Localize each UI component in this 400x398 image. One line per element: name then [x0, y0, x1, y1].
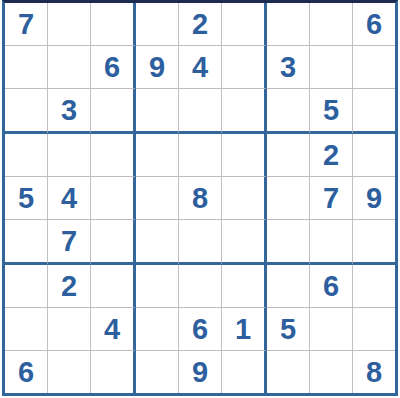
cell-r2c4[interactable]: 9	[136, 46, 179, 89]
cell-r5c9[interactable]: 9	[353, 177, 395, 220]
cell-r1c8[interactable]	[310, 3, 353, 46]
cell-r7c6[interactable]	[222, 265, 267, 308]
cell-r7c2[interactable]: 2	[48, 265, 91, 308]
cell-r5c4[interactable]	[136, 177, 179, 220]
cell-r7c1[interactable]	[5, 265, 48, 308]
cell-r2c7[interactable]: 3	[267, 46, 310, 89]
cell-r3c3[interactable]	[91, 89, 136, 134]
cell-r5c8[interactable]: 7	[310, 177, 353, 220]
cell-r3c2[interactable]: 3	[48, 89, 91, 134]
cell-r2c9[interactable]	[353, 46, 395, 89]
cell-r5c7[interactable]	[267, 177, 310, 220]
cell-r2c8[interactable]	[310, 46, 353, 89]
cell-r2c1[interactable]	[5, 46, 48, 89]
cell-r6c7[interactable]	[267, 220, 310, 265]
cell-r3c7[interactable]	[267, 89, 310, 134]
cell-r6c1[interactable]	[5, 220, 48, 265]
cell-r6c6[interactable]	[222, 220, 267, 265]
cell-r6c5[interactable]	[179, 220, 222, 265]
cell-r4c1[interactable]	[5, 134, 48, 177]
cell-r1c1[interactable]: 7	[5, 3, 48, 46]
cell-r7c5[interactable]	[179, 265, 222, 308]
cell-r8c4[interactable]	[136, 308, 179, 351]
cell-r8c3[interactable]: 4	[91, 308, 136, 351]
cell-r7c4[interactable]	[136, 265, 179, 308]
cell-r4c5[interactable]	[179, 134, 222, 177]
cell-r8c6[interactable]: 1	[222, 308, 267, 351]
sudoku-board: 7266943352548797264615698	[2, 0, 398, 396]
cell-r7c7[interactable]	[267, 265, 310, 308]
cell-r3c8[interactable]: 5	[310, 89, 353, 134]
cell-r4c7[interactable]	[267, 134, 310, 177]
cell-r9c7[interactable]	[267, 351, 310, 393]
cell-r2c3[interactable]: 6	[91, 46, 136, 89]
cell-r8c7[interactable]: 5	[267, 308, 310, 351]
cell-r6c8[interactable]	[310, 220, 353, 265]
cell-r4c2[interactable]	[48, 134, 91, 177]
cell-r6c2[interactable]: 7	[48, 220, 91, 265]
cell-r2c2[interactable]	[48, 46, 91, 89]
cell-r9c6[interactable]	[222, 351, 267, 393]
cell-r9c3[interactable]	[91, 351, 136, 393]
cell-r1c9[interactable]: 6	[353, 3, 395, 46]
cell-r9c5[interactable]: 9	[179, 351, 222, 393]
cell-r4c4[interactable]	[136, 134, 179, 177]
cell-r1c7[interactable]	[267, 3, 310, 46]
cell-r6c9[interactable]	[353, 220, 395, 265]
cell-r1c4[interactable]	[136, 3, 179, 46]
cell-r1c5[interactable]: 2	[179, 3, 222, 46]
cell-r4c8[interactable]: 2	[310, 134, 353, 177]
cell-r2c5[interactable]: 4	[179, 46, 222, 89]
cell-r9c2[interactable]	[48, 351, 91, 393]
cell-r3c4[interactable]	[136, 89, 179, 134]
cell-r7c9[interactable]	[353, 265, 395, 308]
cell-r8c9[interactable]	[353, 308, 395, 351]
cell-r8c2[interactable]	[48, 308, 91, 351]
cell-r5c6[interactable]	[222, 177, 267, 220]
cell-r4c6[interactable]	[222, 134, 267, 177]
cell-r3c6[interactable]	[222, 89, 267, 134]
cell-r5c3[interactable]	[91, 177, 136, 220]
cell-r5c2[interactable]: 4	[48, 177, 91, 220]
cell-r9c8[interactable]	[310, 351, 353, 393]
cell-r3c9[interactable]	[353, 89, 395, 134]
cell-r9c1[interactable]: 6	[5, 351, 48, 393]
cell-r3c5[interactable]	[179, 89, 222, 134]
cell-r4c3[interactable]	[91, 134, 136, 177]
cell-r8c8[interactable]	[310, 308, 353, 351]
cell-r6c3[interactable]	[91, 220, 136, 265]
sudoku-screenshot: 7266943352548797264615698	[0, 0, 400, 398]
cell-r5c5[interactable]: 8	[179, 177, 222, 220]
cell-r4c9[interactable]	[353, 134, 395, 177]
cell-r3c1[interactable]	[5, 89, 48, 134]
cell-r1c3[interactable]	[91, 3, 136, 46]
cell-r1c2[interactable]	[48, 3, 91, 46]
cell-r1c6[interactable]	[222, 3, 267, 46]
cell-r7c3[interactable]	[91, 265, 136, 308]
cell-r2c6[interactable]	[222, 46, 267, 89]
cell-r7c8[interactable]: 6	[310, 265, 353, 308]
cell-r9c9[interactable]: 8	[353, 351, 395, 393]
cell-r8c1[interactable]	[5, 308, 48, 351]
cell-r9c4[interactable]	[136, 351, 179, 393]
cell-r5c1[interactable]: 5	[5, 177, 48, 220]
cell-r6c4[interactable]	[136, 220, 179, 265]
cell-r8c5[interactable]: 6	[179, 308, 222, 351]
